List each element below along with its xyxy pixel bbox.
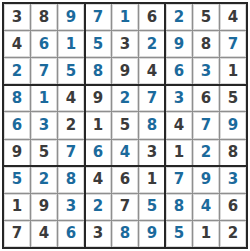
cell-r1c3[interactable]: 9 — [58, 4, 84, 30]
cell-r8c2[interactable]: 9 — [31, 194, 57, 220]
cell-r8c8[interactable]: 4 — [193, 194, 219, 220]
cell-r7c7[interactable]: 7 — [166, 167, 192, 193]
cell-r2c3[interactable]: 1 — [58, 31, 84, 57]
cell-r6c5[interactable]: 4 — [112, 140, 138, 166]
cell-r2c7[interactable]: 9 — [166, 31, 192, 57]
cell-r2c6[interactable]: 2 — [139, 31, 165, 57]
cell-r9c7[interactable]: 5 — [166, 221, 192, 247]
cell-r2c2[interactable]: 6 — [31, 31, 57, 57]
cell-r2c9[interactable]: 7 — [220, 31, 246, 57]
cell-r3c1[interactable]: 2 — [4, 58, 30, 84]
cell-r4c1[interactable]: 8 — [4, 85, 30, 111]
cell-r4c3[interactable]: 4 — [58, 85, 84, 111]
cell-r7c3[interactable]: 8 — [58, 167, 84, 193]
cell-r5c9[interactable]: 9 — [220, 112, 246, 138]
cell-r5c2[interactable]: 3 — [31, 112, 57, 138]
cell-r4c5[interactable]: 2 — [112, 85, 138, 111]
cell-r8c4[interactable]: 2 — [85, 194, 111, 220]
cell-r6c4[interactable]: 6 — [85, 140, 111, 166]
cell-r2c4[interactable]: 5 — [85, 31, 111, 57]
cell-r7c6[interactable]: 1 — [139, 167, 165, 193]
cell-r3c4[interactable]: 8 — [85, 58, 111, 84]
cell-r5c5[interactable]: 5 — [112, 112, 138, 138]
cell-r6c6[interactable]: 3 — [139, 140, 165, 166]
cell-r4c2[interactable]: 1 — [31, 85, 57, 111]
sudoku-board: 3897162544615329872758946318149273656321… — [2, 2, 248, 249]
cell-r1c9[interactable]: 4 — [220, 4, 246, 30]
cell-r5c6[interactable]: 8 — [139, 112, 165, 138]
cell-r5c4[interactable]: 1 — [85, 112, 111, 138]
cell-r4c6[interactable]: 7 — [139, 85, 165, 111]
cell-r5c7[interactable]: 4 — [166, 112, 192, 138]
cell-r1c8[interactable]: 5 — [193, 4, 219, 30]
cell-r3c2[interactable]: 7 — [31, 58, 57, 84]
cell-r9c5[interactable]: 8 — [112, 221, 138, 247]
cell-r5c3[interactable]: 2 — [58, 112, 84, 138]
cell-r9c1[interactable]: 7 — [4, 221, 30, 247]
cell-r6c1[interactable]: 9 — [4, 140, 30, 166]
cell-r7c8[interactable]: 9 — [193, 167, 219, 193]
cell-r9c6[interactable]: 9 — [139, 221, 165, 247]
cell-r4c9[interactable]: 5 — [220, 85, 246, 111]
cell-r5c1[interactable]: 6 — [4, 112, 30, 138]
cell-r9c3[interactable]: 6 — [58, 221, 84, 247]
cell-r6c8[interactable]: 2 — [193, 140, 219, 166]
cell-r1c6[interactable]: 6 — [139, 4, 165, 30]
cell-r3c3[interactable]: 5 — [58, 58, 84, 84]
cell-r9c2[interactable]: 4 — [31, 221, 57, 247]
cell-r9c4[interactable]: 3 — [85, 221, 111, 247]
cell-r4c4[interactable]: 9 — [85, 85, 111, 111]
cell-r6c9[interactable]: 8 — [220, 140, 246, 166]
cell-r8c1[interactable]: 1 — [4, 194, 30, 220]
cell-r6c7[interactable]: 1 — [166, 140, 192, 166]
cell-r4c8[interactable]: 6 — [193, 85, 219, 111]
cell-r6c2[interactable]: 5 — [31, 140, 57, 166]
cell-r1c7[interactable]: 2 — [166, 4, 192, 30]
cell-r7c1[interactable]: 5 — [4, 167, 30, 193]
cell-r3c9[interactable]: 1 — [220, 58, 246, 84]
cell-r7c2[interactable]: 2 — [31, 167, 57, 193]
cell-r1c5[interactable]: 1 — [112, 4, 138, 30]
cell-r1c2[interactable]: 8 — [31, 4, 57, 30]
cell-r9c9[interactable]: 2 — [220, 221, 246, 247]
sudoku-board-wrap: 3897162544615329872758946318149273656321… — [2, 2, 248, 249]
cell-r8c7[interactable]: 8 — [166, 194, 192, 220]
cell-r2c1[interactable]: 4 — [4, 31, 30, 57]
cell-r3c6[interactable]: 4 — [139, 58, 165, 84]
cell-r8c3[interactable]: 3 — [58, 194, 84, 220]
cell-r3c8[interactable]: 3 — [193, 58, 219, 84]
cell-r8c6[interactable]: 5 — [139, 194, 165, 220]
cell-r6c3[interactable]: 7 — [58, 140, 84, 166]
cell-r1c4[interactable]: 7 — [85, 4, 111, 30]
cell-r4c7[interactable]: 3 — [166, 85, 192, 111]
cell-r7c9[interactable]: 3 — [220, 167, 246, 193]
cell-r7c4[interactable]: 4 — [85, 167, 111, 193]
cell-r5c8[interactable]: 7 — [193, 112, 219, 138]
cell-r7c5[interactable]: 6 — [112, 167, 138, 193]
cell-r1c1[interactable]: 3 — [4, 4, 30, 30]
cell-r3c7[interactable]: 6 — [166, 58, 192, 84]
cell-r2c5[interactable]: 3 — [112, 31, 138, 57]
cell-r8c5[interactable]: 7 — [112, 194, 138, 220]
cell-r3c5[interactable]: 9 — [112, 58, 138, 84]
cell-r2c8[interactable]: 8 — [193, 31, 219, 57]
cell-r8c9[interactable]: 6 — [220, 194, 246, 220]
cell-r9c8[interactable]: 1 — [193, 221, 219, 247]
